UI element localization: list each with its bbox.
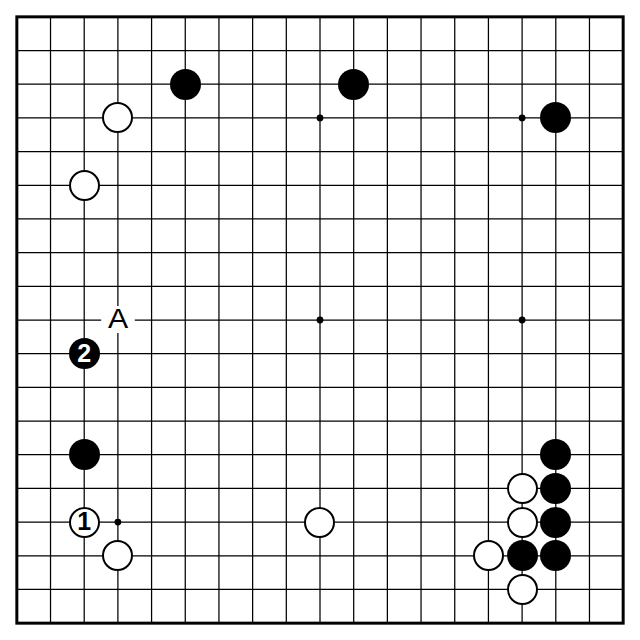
white-stone: [473, 540, 504, 571]
black-stone: [540, 507, 571, 538]
black-stone: [540, 540, 571, 571]
black-stone: [69, 439, 100, 470]
white-stone: [102, 540, 133, 571]
white-stone: [304, 507, 335, 538]
move-1-stone: 1: [69, 507, 100, 538]
black-stone: [540, 439, 571, 470]
move-number: 1: [77, 509, 91, 535]
black-stone: [507, 540, 538, 571]
white-stone: [507, 507, 538, 538]
black-stone: [540, 473, 571, 504]
stone-layer: 21A: [0, 0, 640, 640]
board-label-text: A: [108, 304, 128, 335]
white-stone: [102, 102, 133, 133]
black-stone: [338, 69, 369, 100]
white-stone: [507, 574, 538, 605]
board-label-a: A: [101, 306, 135, 333]
move-number: 2: [77, 341, 91, 367]
black-stone: [540, 102, 571, 133]
move-2-stone: 2: [69, 338, 100, 369]
black-stone: [170, 69, 201, 100]
go-board-diagram: 21A: [0, 0, 640, 640]
white-stone: [69, 170, 100, 201]
white-stone: [507, 473, 538, 504]
